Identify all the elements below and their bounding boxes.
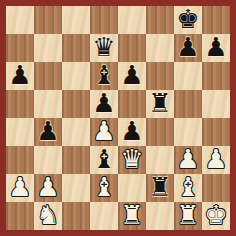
square-h5[interactable] — [202, 90, 230, 118]
black-pawn-piece[interactable]: ♟ — [204, 33, 227, 61]
square-g3[interactable]: ♟ — [174, 146, 202, 174]
square-h6[interactable] — [202, 62, 230, 90]
square-d1[interactable] — [90, 202, 118, 230]
square-e2[interactable] — [118, 174, 146, 202]
square-b6[interactable] — [34, 62, 62, 90]
square-e8[interactable] — [118, 6, 146, 34]
black-queen-piece[interactable]: ♛ — [92, 33, 115, 61]
black-pawn-piece[interactable]: ♟ — [120, 61, 143, 89]
square-e6[interactable]: ♟ — [118, 62, 146, 90]
white-rook-piece[interactable]: ♜ — [176, 201, 199, 229]
square-a1[interactable] — [6, 202, 34, 230]
square-f4[interactable] — [146, 118, 174, 146]
square-h4[interactable] — [202, 118, 230, 146]
square-e3[interactable]: ♛ — [118, 146, 146, 174]
square-b4[interactable]: ♟ — [34, 118, 62, 146]
black-bishop-piece[interactable]: ♝ — [92, 61, 115, 89]
square-d6[interactable]: ♝ — [90, 62, 118, 90]
square-c8[interactable] — [62, 6, 90, 34]
square-d4[interactable]: ♟ — [90, 118, 118, 146]
square-g6[interactable] — [174, 62, 202, 90]
square-f7[interactable] — [146, 34, 174, 62]
square-a6[interactable]: ♟ — [6, 62, 34, 90]
square-f2[interactable]: ♜ — [146, 174, 174, 202]
board-frame: ♚♛♟♟♟♝♟♟♜♟♟♟♝♛♟♟♟♟♝♜♝♞♜♜♚ — [0, 0, 236, 236]
black-king-piece[interactable]: ♚ — [176, 5, 199, 33]
square-d8[interactable] — [90, 6, 118, 34]
square-c5[interactable] — [62, 90, 90, 118]
square-b5[interactable] — [34, 90, 62, 118]
square-e4[interactable]: ♟ — [118, 118, 146, 146]
square-d2[interactable]: ♝ — [90, 174, 118, 202]
black-pawn-piece[interactable]: ♟ — [8, 61, 31, 89]
black-pawn-piece[interactable]: ♟ — [92, 89, 115, 117]
white-pawn-piece[interactable]: ♟ — [92, 117, 115, 145]
square-c3[interactable] — [62, 146, 90, 174]
square-g8[interactable]: ♚ — [174, 6, 202, 34]
square-g2[interactable]: ♝ — [174, 174, 202, 202]
white-queen-piece[interactable]: ♛ — [120, 145, 143, 173]
square-f3[interactable] — [146, 146, 174, 174]
white-bishop-piece[interactable]: ♝ — [176, 173, 199, 201]
square-d5[interactable]: ♟ — [90, 90, 118, 118]
square-b7[interactable] — [34, 34, 62, 62]
white-rook-piece[interactable]: ♜ — [120, 201, 143, 229]
black-bishop-piece[interactable]: ♝ — [92, 145, 115, 173]
square-f1[interactable] — [146, 202, 174, 230]
square-b3[interactable] — [34, 146, 62, 174]
square-a2[interactable]: ♟ — [6, 174, 34, 202]
white-knight-piece[interactable]: ♞ — [36, 201, 59, 229]
white-pawn-piece[interactable]: ♟ — [8, 173, 31, 201]
square-e5[interactable] — [118, 90, 146, 118]
square-c6[interactable] — [62, 62, 90, 90]
square-f5[interactable]: ♜ — [146, 90, 174, 118]
square-g7[interactable]: ♟ — [174, 34, 202, 62]
square-a4[interactable] — [6, 118, 34, 146]
square-a5[interactable] — [6, 90, 34, 118]
white-pawn-piece[interactable]: ♟ — [204, 145, 227, 173]
white-pawn-piece[interactable]: ♟ — [36, 173, 59, 201]
square-a3[interactable] — [6, 146, 34, 174]
black-pawn-piece[interactable]: ♟ — [36, 117, 59, 145]
square-d3[interactable]: ♝ — [90, 146, 118, 174]
square-g1[interactable]: ♜ — [174, 202, 202, 230]
square-c4[interactable] — [62, 118, 90, 146]
square-h7[interactable]: ♟ — [202, 34, 230, 62]
square-d7[interactable]: ♛ — [90, 34, 118, 62]
square-a8[interactable] — [6, 6, 34, 34]
square-c7[interactable] — [62, 34, 90, 62]
square-b8[interactable] — [34, 6, 62, 34]
square-h8[interactable] — [202, 6, 230, 34]
white-pawn-piece[interactable]: ♟ — [176, 145, 199, 173]
square-f6[interactable] — [146, 62, 174, 90]
square-h2[interactable] — [202, 174, 230, 202]
chess-board: ♚♛♟♟♟♝♟♟♜♟♟♟♝♛♟♟♟♟♝♜♝♞♜♜♚ — [6, 6, 230, 230]
white-bishop-piece[interactable]: ♝ — [92, 173, 115, 201]
black-pawn-piece[interactable]: ♟ — [120, 117, 143, 145]
square-h1[interactable]: ♚ — [202, 202, 230, 230]
square-b1[interactable]: ♞ — [34, 202, 62, 230]
square-c1[interactable] — [62, 202, 90, 230]
square-f8[interactable] — [146, 6, 174, 34]
square-e7[interactable] — [118, 34, 146, 62]
square-a7[interactable] — [6, 34, 34, 62]
square-c2[interactable] — [62, 174, 90, 202]
white-king-piece[interactable]: ♚ — [204, 201, 227, 229]
square-h3[interactable]: ♟ — [202, 146, 230, 174]
square-b2[interactable]: ♟ — [34, 174, 62, 202]
black-pawn-piece[interactable]: ♟ — [176, 33, 199, 61]
square-g4[interactable] — [174, 118, 202, 146]
black-rook-piece[interactable]: ♜ — [148, 173, 171, 201]
square-e1[interactable]: ♜ — [118, 202, 146, 230]
black-rook-piece[interactable]: ♜ — [148, 89, 171, 117]
square-g5[interactable] — [174, 90, 202, 118]
